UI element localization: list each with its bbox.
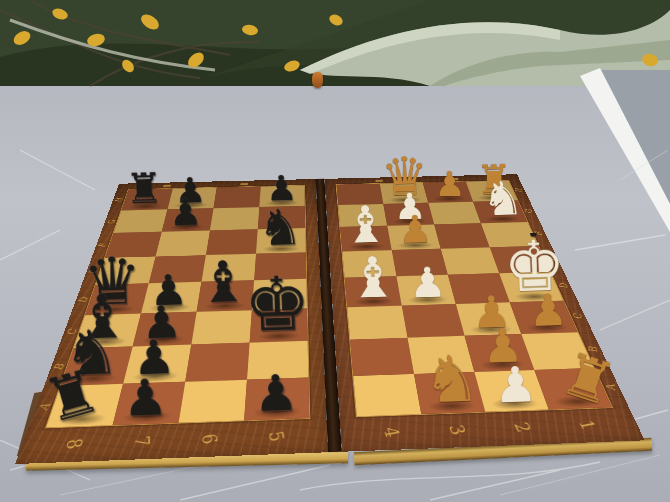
king-glyph: ♚ (225, 268, 330, 342)
square-g7: ♟ (162, 208, 214, 232)
square-d4: ♝ (345, 276, 402, 307)
square-a2: ♟ (474, 370, 548, 412)
pawn-glyph: ♟ (86, 372, 204, 423)
background-knob-object (312, 72, 323, 88)
pawn-glyph: ♟ (459, 360, 573, 410)
rank-label-1: 1 (574, 418, 601, 432)
rank-label-4: 4 (378, 425, 404, 439)
square-c5: ♚ (250, 308, 308, 342)
knight-glyph: ♞ (461, 176, 545, 223)
square-a7: ♟ (113, 381, 186, 425)
rank-label-8: 8 (61, 437, 87, 451)
pawn-glyph: ♟ (218, 368, 334, 419)
rank-label-2: 2 (509, 421, 536, 435)
bishop-glyph: ♝ (324, 250, 422, 306)
file-label-G: G (105, 219, 118, 224)
rank-label-7: 7 (130, 434, 154, 448)
rank-label-6: 6 (197, 432, 222, 446)
rank-label-3: 3 (444, 423, 470, 437)
rank-label-5: 5 (264, 429, 289, 443)
square-c4 (347, 305, 407, 339)
square-g1: ♞ (473, 200, 527, 223)
bishop-glyph: ♝ (321, 200, 410, 251)
knight-glyph: ♞ (235, 203, 324, 252)
pawn-glyph: ♟ (142, 194, 228, 231)
photo-scene: ♜♟♟♟♞♛♟♝♝♟♚♞♟♜♟♟ 8765 HGFEDCBA ♛♟♜♟♞♝♟♝♟… (0, 0, 670, 502)
square-f5: ♞ (256, 228, 306, 254)
square-a5: ♟ (244, 377, 309, 420)
